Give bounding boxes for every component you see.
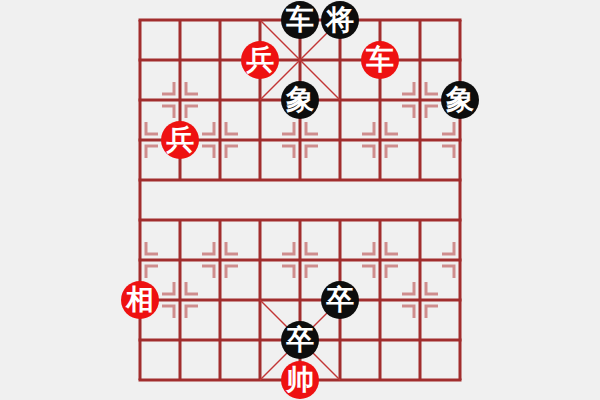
piece-red-soldier[interactable]: 兵 [241,41,279,79]
xiangqi-app: 车将兵车象象兵相卒卒帅 [0,0,600,400]
board-point: 卒 [280,320,320,360]
piece-black-elephant[interactable]: 象 [441,81,479,119]
piece-layer: 车将兵车象象兵相卒卒帅 [120,0,480,400]
piece-red-elephant[interactable]: 相 [121,281,159,319]
board-point: 卒 [320,280,360,320]
piece-black-soldier[interactable]: 卒 [281,321,319,359]
piece-black-king[interactable]: 将 [321,1,359,39]
board-point: 相 [120,280,160,320]
piece-red-king[interactable]: 帅 [281,361,319,399]
piece-black-soldier[interactable]: 卒 [321,281,359,319]
piece-black-elephant[interactable]: 象 [281,81,319,119]
board-point: 兵 [160,120,200,160]
board-point: 车 [360,40,400,80]
piece-red-chariot[interactable]: 车 [361,41,399,79]
board-point: 象 [280,80,320,120]
board-point: 车 [280,0,320,40]
board-point: 兵 [240,40,280,80]
board-point: 将 [320,0,360,40]
piece-red-soldier[interactable]: 兵 [161,121,199,159]
board-point: 帅 [280,360,320,400]
board-point: 象 [440,80,480,120]
piece-black-chariot[interactable]: 车 [281,1,319,39]
